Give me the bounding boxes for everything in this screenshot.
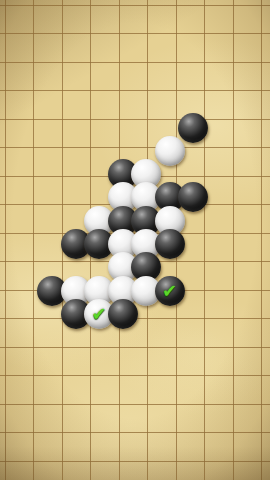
stone-black [108,299,138,329]
stone-white [155,136,185,166]
gomoku-board[interactable]: ✔✔ [0,0,270,480]
stone-black: ✔ [155,276,185,306]
stone-black [155,229,185,259]
stone-black [178,113,208,143]
stones-layer: ✔✔ [0,0,270,480]
last-move-check-icon: ✔ [155,276,185,306]
stone-black [178,182,208,212]
